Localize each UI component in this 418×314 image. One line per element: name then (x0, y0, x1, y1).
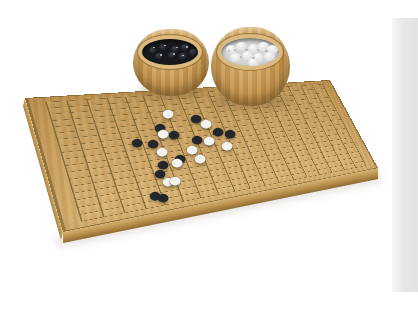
white-bowl-stone (264, 52, 275, 61)
black-bowl-stone (189, 49, 198, 56)
white-stone: ● (221, 139, 233, 150)
black-stone: ● (157, 191, 169, 202)
white-bowl-stone (248, 58, 259, 67)
black-stone: ● (131, 136, 143, 147)
white-stone: ● (194, 152, 206, 163)
white-stone: ● (162, 107, 174, 118)
black-stone-bowl (133, 29, 209, 96)
bowl-opening-black-stones (138, 35, 202, 69)
white-stone: ● (203, 134, 215, 145)
bowl-opening-white-stones (217, 34, 283, 70)
black-bowl-stone (159, 44, 168, 51)
stone-glint-icon (186, 46, 188, 48)
stone-crevice (245, 49, 248, 51)
white-stone: ● (171, 156, 183, 167)
stone-crevice (252, 57, 255, 59)
white-stone: ● (200, 117, 212, 128)
stone-crevice (265, 50, 268, 52)
black-stone: ● (168, 128, 180, 139)
stone-glint-icon (160, 54, 162, 56)
stone-glint-icon (173, 53, 175, 55)
white-stone: ● (157, 127, 169, 138)
product-photo: ●●●●●●●●●●●●●●●●●●●●●●●● (0, 0, 418, 314)
white-stone: ● (169, 174, 181, 185)
white-stone: ● (156, 145, 168, 156)
go-board-area: ●●●●●●●●●●●●●●●●●●●●●●●● (0, 0, 418, 314)
black-stone: ● (224, 127, 236, 138)
white-stone-bowl (211, 27, 290, 106)
